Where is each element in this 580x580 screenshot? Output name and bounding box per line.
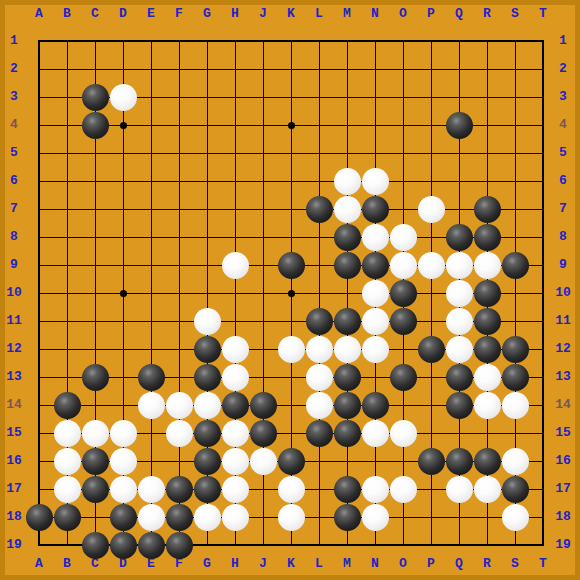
coord-label: P xyxy=(421,5,441,23)
white-stone xyxy=(222,252,249,279)
black-stone xyxy=(362,196,389,223)
coord-label: H xyxy=(225,5,245,23)
black-stone xyxy=(390,364,417,391)
white-stone xyxy=(362,336,389,363)
white-stone xyxy=(194,392,221,419)
white-stone xyxy=(222,364,249,391)
coord-label: 18 xyxy=(553,508,573,526)
coord-label: L xyxy=(309,555,329,573)
coord-label: 6 xyxy=(553,172,573,190)
white-stone xyxy=(362,224,389,251)
black-stone xyxy=(54,504,81,531)
white-stone xyxy=(446,476,473,503)
white-stone xyxy=(138,476,165,503)
white-stone xyxy=(110,420,137,447)
coord-label: Q xyxy=(449,555,469,573)
coord-label: 4 xyxy=(4,116,24,134)
coord-label: D xyxy=(113,5,133,23)
white-stone xyxy=(138,392,165,419)
white-stone xyxy=(166,392,193,419)
coord-label: 6 xyxy=(4,172,24,190)
black-stone xyxy=(474,196,501,223)
black-stone xyxy=(446,224,473,251)
black-stone xyxy=(194,448,221,475)
white-stone xyxy=(334,168,361,195)
coord-label: L xyxy=(309,5,329,23)
white-stone xyxy=(390,224,417,251)
black-stone xyxy=(334,364,361,391)
black-stone xyxy=(502,252,529,279)
coord-label: 1 xyxy=(4,32,24,50)
coord-label: B xyxy=(57,5,77,23)
coord-label: 3 xyxy=(4,88,24,106)
coord-label: T xyxy=(533,555,553,573)
coord-label: O xyxy=(393,5,413,23)
black-stone xyxy=(334,476,361,503)
white-stone xyxy=(278,336,305,363)
white-stone xyxy=(362,476,389,503)
coord-label: 12 xyxy=(553,340,573,358)
white-stone xyxy=(194,504,221,531)
white-stone xyxy=(334,196,361,223)
black-stone xyxy=(362,252,389,279)
white-stone xyxy=(334,336,361,363)
star-point xyxy=(288,122,295,129)
black-stone xyxy=(306,196,333,223)
black-stone xyxy=(250,420,277,447)
black-stone xyxy=(334,224,361,251)
coord-label: M xyxy=(337,5,357,23)
coord-label: 8 xyxy=(4,228,24,246)
black-stone xyxy=(110,532,137,559)
coord-label: 13 xyxy=(4,368,24,386)
black-stone xyxy=(334,308,361,335)
coord-label: C xyxy=(85,5,105,23)
coord-label: R xyxy=(477,555,497,573)
black-stone xyxy=(250,392,277,419)
black-stone xyxy=(110,504,137,531)
white-stone xyxy=(362,308,389,335)
black-stone xyxy=(82,532,109,559)
coord-label: J xyxy=(253,555,273,573)
white-stone xyxy=(362,168,389,195)
coord-label: N xyxy=(365,555,385,573)
coord-label: 5 xyxy=(4,144,24,162)
white-stone xyxy=(418,252,445,279)
white-stone xyxy=(474,476,501,503)
coord-label: M xyxy=(337,555,357,573)
white-stone xyxy=(54,448,81,475)
coord-label: 1 xyxy=(553,32,573,50)
coord-label: 7 xyxy=(553,200,573,218)
black-stone xyxy=(446,392,473,419)
coord-label: F xyxy=(169,5,189,23)
black-stone xyxy=(418,336,445,363)
white-stone xyxy=(474,364,501,391)
black-stone xyxy=(82,364,109,391)
coord-label: R xyxy=(477,5,497,23)
white-stone xyxy=(502,448,529,475)
white-stone xyxy=(502,504,529,531)
coord-label: Q xyxy=(449,5,469,23)
white-stone xyxy=(362,504,389,531)
white-stone xyxy=(362,420,389,447)
black-stone xyxy=(502,336,529,363)
white-stone xyxy=(194,308,221,335)
coord-label: A xyxy=(29,555,49,573)
coord-label: 14 xyxy=(4,396,24,414)
black-stone xyxy=(502,364,529,391)
white-stone xyxy=(166,420,193,447)
white-stone xyxy=(222,336,249,363)
coord-label: 15 xyxy=(4,424,24,442)
black-stone xyxy=(446,448,473,475)
black-stone xyxy=(82,84,109,111)
coord-label: 13 xyxy=(553,368,573,386)
black-stone xyxy=(194,420,221,447)
white-stone xyxy=(362,280,389,307)
white-stone xyxy=(502,392,529,419)
coord-label: 16 xyxy=(4,452,24,470)
coord-label: 17 xyxy=(553,480,573,498)
white-stone xyxy=(110,448,137,475)
white-stone xyxy=(390,252,417,279)
black-stone xyxy=(474,308,501,335)
coord-label: S xyxy=(505,5,525,23)
coord-label: 11 xyxy=(553,312,573,330)
coord-label: G xyxy=(197,555,217,573)
black-stone xyxy=(82,112,109,139)
coord-label: 18 xyxy=(4,508,24,526)
white-stone xyxy=(390,476,417,503)
white-stone xyxy=(446,336,473,363)
black-stone xyxy=(278,448,305,475)
coord-label: 19 xyxy=(553,536,573,554)
coord-label: 7 xyxy=(4,200,24,218)
star-point xyxy=(288,290,295,297)
board-grid[interactable] xyxy=(25,27,557,559)
black-stone xyxy=(166,504,193,531)
black-stone xyxy=(138,364,165,391)
black-stone xyxy=(278,252,305,279)
white-stone xyxy=(306,364,333,391)
black-stone xyxy=(82,476,109,503)
black-stone xyxy=(138,532,165,559)
coord-label: K xyxy=(281,5,301,23)
coord-label: 19 xyxy=(4,536,24,554)
white-stone xyxy=(54,476,81,503)
coord-label: 17 xyxy=(4,480,24,498)
white-stone xyxy=(390,420,417,447)
coord-label: 9 xyxy=(4,256,24,274)
black-stone xyxy=(306,308,333,335)
coord-label: 11 xyxy=(4,312,24,330)
go-board: ABCDEFGHJKLMNOPQRST ABCDEFGHJKLMNOPQRST … xyxy=(0,0,580,580)
black-stone xyxy=(194,336,221,363)
coord-label: 3 xyxy=(553,88,573,106)
white-stone xyxy=(474,392,501,419)
coord-label: 8 xyxy=(553,228,573,246)
black-stone xyxy=(194,364,221,391)
white-stone xyxy=(110,84,137,111)
black-stone xyxy=(362,392,389,419)
coord-label: H xyxy=(225,555,245,573)
coord-label: 10 xyxy=(553,284,573,302)
coord-label: 5 xyxy=(553,144,573,162)
coord-label: J xyxy=(253,5,273,23)
black-stone xyxy=(222,392,249,419)
coord-label: P xyxy=(421,555,441,573)
white-stone xyxy=(418,196,445,223)
black-stone xyxy=(390,308,417,335)
white-stone xyxy=(222,476,249,503)
coord-label: 4 xyxy=(553,116,573,134)
star-point xyxy=(120,122,127,129)
coord-label: G xyxy=(197,5,217,23)
white-stone xyxy=(222,504,249,531)
coord-label: 2 xyxy=(4,60,24,78)
white-stone xyxy=(250,448,277,475)
coord-label: B xyxy=(57,555,77,573)
black-stone xyxy=(26,504,53,531)
black-stone xyxy=(334,392,361,419)
white-stone xyxy=(82,420,109,447)
coord-label: K xyxy=(281,555,301,573)
coord-label: S xyxy=(505,555,525,573)
white-stone xyxy=(306,336,333,363)
black-stone xyxy=(334,252,361,279)
coord-label: A xyxy=(29,5,49,23)
black-stone xyxy=(194,476,221,503)
black-stone xyxy=(82,448,109,475)
coord-label: T xyxy=(533,5,553,23)
white-stone xyxy=(222,448,249,475)
coord-label: 15 xyxy=(553,424,573,442)
coord-label: O xyxy=(393,555,413,573)
coord-label: 14 xyxy=(553,396,573,414)
black-stone xyxy=(474,224,501,251)
coord-label: 16 xyxy=(553,452,573,470)
black-stone xyxy=(474,336,501,363)
white-stone xyxy=(110,476,137,503)
black-stone xyxy=(166,532,193,559)
coord-label: E xyxy=(141,5,161,23)
white-stone xyxy=(474,252,501,279)
white-stone xyxy=(54,420,81,447)
black-stone xyxy=(334,420,361,447)
black-stone xyxy=(418,448,445,475)
white-stone xyxy=(446,252,473,279)
black-stone xyxy=(474,448,501,475)
white-stone xyxy=(306,392,333,419)
coord-label: 9 xyxy=(553,256,573,274)
black-stone xyxy=(446,364,473,391)
white-stone xyxy=(446,308,473,335)
black-stone xyxy=(54,392,81,419)
black-stone xyxy=(306,420,333,447)
black-stone xyxy=(166,476,193,503)
black-stone xyxy=(390,280,417,307)
black-stone xyxy=(474,280,501,307)
black-stone xyxy=(446,112,473,139)
black-stone xyxy=(502,476,529,503)
white-stone xyxy=(446,280,473,307)
coord-label: 2 xyxy=(553,60,573,78)
white-stone xyxy=(138,504,165,531)
white-stone xyxy=(222,420,249,447)
coord-label: 10 xyxy=(4,284,24,302)
star-point xyxy=(120,290,127,297)
coord-label: 12 xyxy=(4,340,24,358)
white-stone xyxy=(278,476,305,503)
white-stone xyxy=(278,504,305,531)
black-stone xyxy=(334,504,361,531)
coord-label: N xyxy=(365,5,385,23)
